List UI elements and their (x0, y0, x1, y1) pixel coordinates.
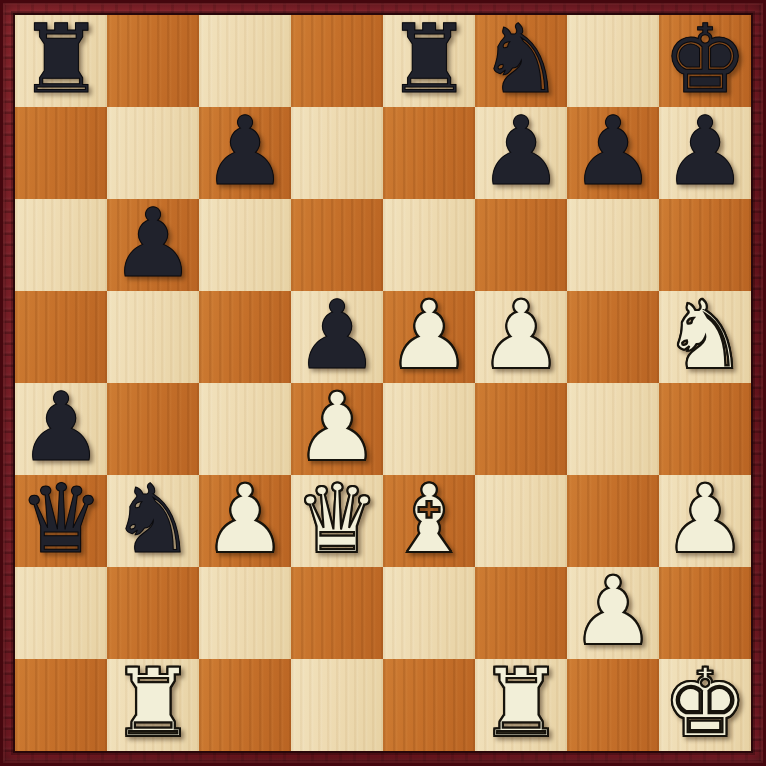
square-a8[interactable]: ♜ (15, 15, 107, 107)
white-pawn-icon[interactable]: ♟ (291, 381, 383, 473)
square-e6[interactable] (383, 199, 475, 291)
square-h6[interactable] (659, 199, 751, 291)
square-f6[interactable] (475, 199, 567, 291)
square-c3[interactable]: ♟ (199, 475, 291, 567)
square-g5[interactable] (567, 291, 659, 383)
square-g1[interactable] (567, 659, 659, 751)
square-b3[interactable]: ♞ (107, 475, 199, 567)
black-pawn-icon[interactable]: ♟ (291, 289, 383, 381)
black-pawn-icon[interactable]: ♟ (199, 105, 291, 197)
black-pawn-icon[interactable]: ♟ (659, 105, 751, 197)
white-pawn-icon[interactable]: ♟ (475, 289, 567, 381)
square-h7[interactable]: ♟ (659, 107, 751, 199)
square-d7[interactable] (291, 107, 383, 199)
square-a6[interactable] (15, 199, 107, 291)
white-queen-icon[interactable]: ♛ (291, 473, 383, 565)
square-d5[interactable]: ♟ (291, 291, 383, 383)
white-rook-icon[interactable]: ♜ (475, 657, 567, 749)
square-d6[interactable] (291, 199, 383, 291)
square-d3[interactable]: ♛ (291, 475, 383, 567)
white-pawn-icon[interactable]: ♟ (199, 473, 291, 565)
white-pawn-icon[interactable]: ♟ (383, 289, 475, 381)
square-c2[interactable] (199, 567, 291, 659)
square-e5[interactable]: ♟ (383, 291, 475, 383)
black-pawn-icon[interactable]: ♟ (15, 381, 107, 473)
white-knight-icon[interactable]: ♞ (659, 289, 751, 381)
square-c8[interactable] (199, 15, 291, 107)
square-a3[interactable]: ♛ (15, 475, 107, 567)
square-e2[interactable] (383, 567, 475, 659)
square-b8[interactable] (107, 15, 199, 107)
black-rook-icon[interactable]: ♜ (15, 13, 107, 105)
white-pawn-icon[interactable]: ♟ (659, 473, 751, 565)
black-king-icon[interactable]: ♚ (659, 13, 751, 105)
square-c5[interactable] (199, 291, 291, 383)
square-c6[interactable] (199, 199, 291, 291)
square-b7[interactable] (107, 107, 199, 199)
black-knight-icon[interactable]: ♞ (107, 473, 199, 565)
square-d8[interactable] (291, 15, 383, 107)
black-queen-icon[interactable]: ♛ (15, 473, 107, 565)
square-a2[interactable] (15, 567, 107, 659)
square-d2[interactable] (291, 567, 383, 659)
chess-board: ♜♜♞♚♟♟♟♟♟♟♟♟♞♟♟♛♞♟♛♝♟♟♜♜♚ (15, 15, 751, 751)
white-bishop-icon[interactable]: ♝ (383, 473, 475, 565)
square-d1[interactable] (291, 659, 383, 751)
square-a4[interactable]: ♟ (15, 383, 107, 475)
square-g6[interactable] (567, 199, 659, 291)
square-g2[interactable]: ♟ (567, 567, 659, 659)
square-a7[interactable] (15, 107, 107, 199)
black-rook-icon[interactable]: ♜ (383, 13, 475, 105)
square-e7[interactable] (383, 107, 475, 199)
square-f1[interactable]: ♜ (475, 659, 567, 751)
black-pawn-icon[interactable]: ♟ (107, 197, 199, 289)
black-pawn-icon[interactable]: ♟ (475, 105, 567, 197)
square-g4[interactable] (567, 383, 659, 475)
square-f5[interactable]: ♟ (475, 291, 567, 383)
square-h3[interactable]: ♟ (659, 475, 751, 567)
square-c4[interactable] (199, 383, 291, 475)
square-e3[interactable]: ♝ (383, 475, 475, 567)
square-h8[interactable]: ♚ (659, 15, 751, 107)
square-c1[interactable] (199, 659, 291, 751)
square-b1[interactable]: ♜ (107, 659, 199, 751)
square-b5[interactable] (107, 291, 199, 383)
square-h1[interactable]: ♚ (659, 659, 751, 751)
square-b2[interactable] (107, 567, 199, 659)
square-e1[interactable] (383, 659, 475, 751)
square-h2[interactable] (659, 567, 751, 659)
square-e8[interactable]: ♜ (383, 15, 475, 107)
white-rook-icon[interactable]: ♜ (107, 657, 199, 749)
square-f4[interactable] (475, 383, 567, 475)
square-d4[interactable]: ♟ (291, 383, 383, 475)
black-pawn-icon[interactable]: ♟ (567, 105, 659, 197)
square-h5[interactable]: ♞ (659, 291, 751, 383)
square-f7[interactable]: ♟ (475, 107, 567, 199)
square-g3[interactable] (567, 475, 659, 567)
square-f2[interactable] (475, 567, 567, 659)
black-knight-icon[interactable]: ♞ (475, 13, 567, 105)
white-king-icon[interactable]: ♚ (659, 657, 751, 749)
square-a5[interactable] (15, 291, 107, 383)
white-pawn-icon[interactable]: ♟ (567, 565, 659, 657)
square-b4[interactable] (107, 383, 199, 475)
square-g7[interactable]: ♟ (567, 107, 659, 199)
square-a1[interactable] (15, 659, 107, 751)
square-g8[interactable] (567, 15, 659, 107)
square-e4[interactable] (383, 383, 475, 475)
square-h4[interactable] (659, 383, 751, 475)
board-frame: ♜♜♞♚♟♟♟♟♟♟♟♟♞♟♟♛♞♟♛♝♟♟♜♜♚ (0, 0, 766, 766)
square-f8[interactable]: ♞ (475, 15, 567, 107)
square-b6[interactable]: ♟ (107, 199, 199, 291)
square-c7[interactable]: ♟ (199, 107, 291, 199)
square-f3[interactable] (475, 475, 567, 567)
